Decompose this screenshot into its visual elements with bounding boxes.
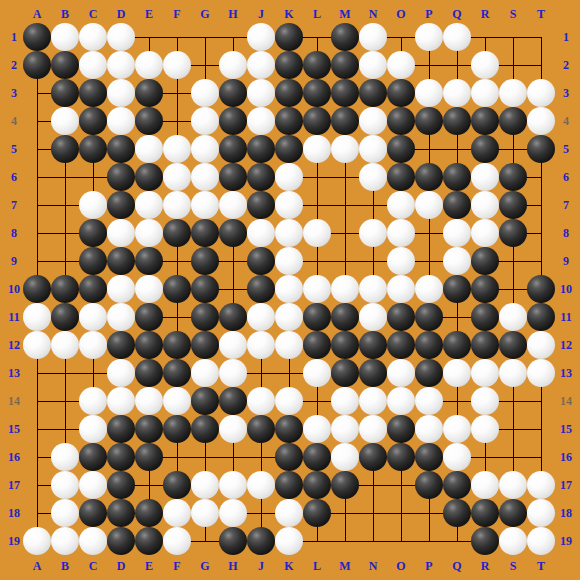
white-stone-A12[interactable] bbox=[23, 331, 51, 359]
black-stone-D7[interactable] bbox=[107, 191, 135, 219]
white-stone-T13[interactable] bbox=[527, 359, 555, 387]
col-label-top: E bbox=[145, 8, 153, 20]
black-stone-M4[interactable] bbox=[331, 107, 359, 135]
col-label-bottom: B bbox=[61, 560, 69, 572]
black-stone-J19[interactable] bbox=[247, 527, 275, 555]
black-stone-S7[interactable] bbox=[499, 191, 527, 219]
white-stone-R14[interactable] bbox=[471, 387, 499, 415]
black-stone-F15[interactable] bbox=[163, 415, 191, 443]
row-label-right: 3 bbox=[563, 87, 569, 99]
white-stone-N4[interactable] bbox=[359, 107, 387, 135]
white-stone-M15[interactable] bbox=[331, 415, 359, 443]
white-stone-M14[interactable] bbox=[331, 387, 359, 415]
black-stone-H4[interactable] bbox=[219, 107, 247, 135]
white-stone-L5[interactable] bbox=[303, 135, 331, 163]
black-stone-N16[interactable] bbox=[359, 443, 387, 471]
white-stone-K12[interactable] bbox=[275, 331, 303, 359]
go-board[interactable]: AABBCCDDEEFFGGHHJJKKLLMMNNOOPPQQRRSSTT11… bbox=[0, 0, 580, 580]
white-stone-R6[interactable] bbox=[471, 163, 499, 191]
white-stone-R13[interactable] bbox=[471, 359, 499, 387]
white-stone-R17[interactable] bbox=[471, 471, 499, 499]
black-stone-M13[interactable] bbox=[331, 359, 359, 387]
row-label-left: 13 bbox=[8, 367, 20, 379]
black-stone-S4[interactable] bbox=[499, 107, 527, 135]
black-stone-B11[interactable] bbox=[51, 303, 79, 331]
white-stone-O7[interactable] bbox=[387, 191, 415, 219]
black-stone-D12[interactable] bbox=[107, 331, 135, 359]
col-label-top: L bbox=[313, 8, 321, 20]
black-stone-A2[interactable] bbox=[23, 51, 51, 79]
white-stone-C7[interactable] bbox=[79, 191, 107, 219]
white-stone-T3[interactable] bbox=[527, 79, 555, 107]
black-stone-N13[interactable] bbox=[359, 359, 387, 387]
white-stone-K14[interactable] bbox=[275, 387, 303, 415]
black-stone-O15[interactable] bbox=[387, 415, 415, 443]
black-stone-R19[interactable] bbox=[471, 527, 499, 555]
black-stone-P11[interactable] bbox=[415, 303, 443, 331]
col-label-bottom: N bbox=[369, 560, 378, 572]
black-stone-R9[interactable] bbox=[471, 247, 499, 275]
white-stone-S17[interactable] bbox=[499, 471, 527, 499]
black-stone-B10[interactable] bbox=[51, 275, 79, 303]
white-stone-G13[interactable] bbox=[191, 359, 219, 387]
white-stone-J11[interactable] bbox=[247, 303, 275, 331]
black-stone-T10[interactable] bbox=[527, 275, 555, 303]
black-stone-O11[interactable] bbox=[387, 303, 415, 331]
white-stone-M5[interactable] bbox=[331, 135, 359, 163]
black-stone-E15[interactable] bbox=[135, 415, 163, 443]
white-stone-K11[interactable] bbox=[275, 303, 303, 331]
white-stone-K7[interactable] bbox=[275, 191, 303, 219]
black-stone-L16[interactable] bbox=[303, 443, 331, 471]
black-stone-O16[interactable] bbox=[387, 443, 415, 471]
black-stone-C4[interactable] bbox=[79, 107, 107, 135]
white-stone-L15[interactable] bbox=[303, 415, 331, 443]
row-label-right: 4 bbox=[563, 115, 569, 127]
black-stone-F12[interactable] bbox=[163, 331, 191, 359]
black-stone-R10[interactable] bbox=[471, 275, 499, 303]
black-stone-D19[interactable] bbox=[107, 527, 135, 555]
black-stone-H8[interactable] bbox=[219, 219, 247, 247]
black-stone-J5[interactable] bbox=[247, 135, 275, 163]
black-stone-D6[interactable] bbox=[107, 163, 135, 191]
black-stone-C8[interactable] bbox=[79, 219, 107, 247]
black-stone-C10[interactable] bbox=[79, 275, 107, 303]
col-label-top: G bbox=[200, 8, 209, 20]
black-stone-G12[interactable] bbox=[191, 331, 219, 359]
black-stone-H5[interactable] bbox=[219, 135, 247, 163]
white-stone-M10[interactable] bbox=[331, 275, 359, 303]
black-stone-E6[interactable] bbox=[135, 163, 163, 191]
black-stone-A1[interactable] bbox=[23, 23, 51, 51]
black-stone-N12[interactable] bbox=[359, 331, 387, 359]
black-stone-E19[interactable] bbox=[135, 527, 163, 555]
black-stone-K5[interactable] bbox=[275, 135, 303, 163]
white-stone-O2[interactable] bbox=[387, 51, 415, 79]
white-stone-J8[interactable] bbox=[247, 219, 275, 247]
white-stone-G18[interactable] bbox=[191, 499, 219, 527]
white-stone-K6[interactable] bbox=[275, 163, 303, 191]
black-stone-J9[interactable] bbox=[247, 247, 275, 275]
white-stone-L8[interactable] bbox=[303, 219, 331, 247]
black-stone-F8[interactable] bbox=[163, 219, 191, 247]
white-stone-G7[interactable] bbox=[191, 191, 219, 219]
black-stone-D17[interactable] bbox=[107, 471, 135, 499]
white-stone-C19[interactable] bbox=[79, 527, 107, 555]
col-label-top: S bbox=[510, 8, 517, 20]
white-stone-G3[interactable] bbox=[191, 79, 219, 107]
white-stone-R2[interactable] bbox=[471, 51, 499, 79]
white-stone-A11[interactable] bbox=[23, 303, 51, 331]
white-stone-S3[interactable] bbox=[499, 79, 527, 107]
black-stone-O6[interactable] bbox=[387, 163, 415, 191]
white-stone-Q3[interactable] bbox=[443, 79, 471, 107]
black-stone-M2[interactable] bbox=[331, 51, 359, 79]
black-stone-D15[interactable] bbox=[107, 415, 135, 443]
white-stone-F5[interactable] bbox=[163, 135, 191, 163]
col-label-bottom: Q bbox=[452, 560, 461, 572]
black-stone-D18[interactable] bbox=[107, 499, 135, 527]
black-stone-H11[interactable] bbox=[219, 303, 247, 331]
white-stone-F7[interactable] bbox=[163, 191, 191, 219]
col-label-top: P bbox=[425, 8, 432, 20]
black-stone-G9[interactable] bbox=[191, 247, 219, 275]
white-stone-N6[interactable] bbox=[359, 163, 387, 191]
black-stone-K2[interactable] bbox=[275, 51, 303, 79]
black-stone-T5[interactable] bbox=[527, 135, 555, 163]
row-label-right: 17 bbox=[560, 479, 572, 491]
black-stone-S6[interactable] bbox=[499, 163, 527, 191]
white-stone-P15[interactable] bbox=[415, 415, 443, 443]
white-stone-S11[interactable] bbox=[499, 303, 527, 331]
white-stone-E10[interactable] bbox=[135, 275, 163, 303]
white-stone-D3[interactable] bbox=[107, 79, 135, 107]
white-stone-B1[interactable] bbox=[51, 23, 79, 51]
black-stone-D16[interactable] bbox=[107, 443, 135, 471]
white-stone-H12[interactable] bbox=[219, 331, 247, 359]
black-stone-M11[interactable] bbox=[331, 303, 359, 331]
white-stone-N10[interactable] bbox=[359, 275, 387, 303]
white-stone-D2[interactable] bbox=[107, 51, 135, 79]
white-stone-E2[interactable] bbox=[135, 51, 163, 79]
white-stone-K10[interactable] bbox=[275, 275, 303, 303]
white-stone-T17[interactable] bbox=[527, 471, 555, 499]
black-stone-E13[interactable] bbox=[135, 359, 163, 387]
black-stone-L17[interactable] bbox=[303, 471, 331, 499]
white-stone-C2[interactable] bbox=[79, 51, 107, 79]
black-stone-R4[interactable] bbox=[471, 107, 499, 135]
white-stone-K19[interactable] bbox=[275, 527, 303, 555]
black-stone-R18[interactable] bbox=[471, 499, 499, 527]
black-stone-H6[interactable] bbox=[219, 163, 247, 191]
white-stone-K9[interactable] bbox=[275, 247, 303, 275]
white-stone-O9[interactable] bbox=[387, 247, 415, 275]
white-stone-P3[interactable] bbox=[415, 79, 443, 107]
black-stone-K1[interactable] bbox=[275, 23, 303, 51]
white-stone-R8[interactable] bbox=[471, 219, 499, 247]
black-stone-Q10[interactable] bbox=[443, 275, 471, 303]
black-stone-O3[interactable] bbox=[387, 79, 415, 107]
white-stone-R7[interactable] bbox=[471, 191, 499, 219]
white-stone-A19[interactable] bbox=[23, 527, 51, 555]
white-stone-F18[interactable] bbox=[163, 499, 191, 527]
black-stone-J7[interactable] bbox=[247, 191, 275, 219]
white-stone-C17[interactable] bbox=[79, 471, 107, 499]
black-stone-L18[interactable] bbox=[303, 499, 331, 527]
white-stone-E5[interactable] bbox=[135, 135, 163, 163]
black-stone-L12[interactable] bbox=[303, 331, 331, 359]
col-label-top: R bbox=[481, 8, 490, 20]
black-stone-O4[interactable] bbox=[387, 107, 415, 135]
black-stone-G14[interactable] bbox=[191, 387, 219, 415]
black-stone-S12[interactable] bbox=[499, 331, 527, 359]
white-stone-K8[interactable] bbox=[275, 219, 303, 247]
black-stone-C9[interactable] bbox=[79, 247, 107, 275]
col-label-bottom: M bbox=[339, 560, 350, 572]
white-stone-B12[interactable] bbox=[51, 331, 79, 359]
white-stone-D14[interactable] bbox=[107, 387, 135, 415]
white-stone-J12[interactable] bbox=[247, 331, 275, 359]
black-stone-K4[interactable] bbox=[275, 107, 303, 135]
white-stone-K18[interactable] bbox=[275, 499, 303, 527]
white-stone-R15[interactable] bbox=[471, 415, 499, 443]
black-stone-P13[interactable] bbox=[415, 359, 443, 387]
black-stone-F17[interactable] bbox=[163, 471, 191, 499]
black-stone-G11[interactable] bbox=[191, 303, 219, 331]
white-stone-H13[interactable] bbox=[219, 359, 247, 387]
black-stone-C18[interactable] bbox=[79, 499, 107, 527]
white-stone-O13[interactable] bbox=[387, 359, 415, 387]
white-stone-L13[interactable] bbox=[303, 359, 331, 387]
black-stone-L3[interactable] bbox=[303, 79, 331, 107]
white-stone-D11[interactable] bbox=[107, 303, 135, 331]
white-stone-G5[interactable] bbox=[191, 135, 219, 163]
black-stone-B2[interactable] bbox=[51, 51, 79, 79]
white-stone-T12[interactable] bbox=[527, 331, 555, 359]
row-label-right: 6 bbox=[563, 171, 569, 183]
black-stone-N3[interactable] bbox=[359, 79, 387, 107]
col-label-top: T bbox=[537, 8, 545, 20]
white-stone-J2[interactable] bbox=[247, 51, 275, 79]
black-stone-P16[interactable] bbox=[415, 443, 443, 471]
white-stone-J14[interactable] bbox=[247, 387, 275, 415]
black-stone-A10[interactable] bbox=[23, 275, 51, 303]
black-stone-R11[interactable] bbox=[471, 303, 499, 331]
black-stone-H19[interactable] bbox=[219, 527, 247, 555]
white-stone-B4[interactable] bbox=[51, 107, 79, 135]
black-stone-B3[interactable] bbox=[51, 79, 79, 107]
white-stone-B18[interactable] bbox=[51, 499, 79, 527]
white-stone-B16[interactable] bbox=[51, 443, 79, 471]
black-stone-E12[interactable] bbox=[135, 331, 163, 359]
black-stone-Q18[interactable] bbox=[443, 499, 471, 527]
white-stone-D10[interactable] bbox=[107, 275, 135, 303]
black-stone-K3[interactable] bbox=[275, 79, 303, 107]
white-stone-O14[interactable] bbox=[387, 387, 415, 415]
white-stone-C11[interactable] bbox=[79, 303, 107, 331]
black-stone-P6[interactable] bbox=[415, 163, 443, 191]
white-stone-P1[interactable] bbox=[415, 23, 443, 51]
black-stone-G15[interactable] bbox=[191, 415, 219, 443]
white-stone-J1[interactable] bbox=[247, 23, 275, 51]
black-stone-S18[interactable] bbox=[499, 499, 527, 527]
white-stone-E8[interactable] bbox=[135, 219, 163, 247]
white-stone-F2[interactable] bbox=[163, 51, 191, 79]
black-stone-L4[interactable] bbox=[303, 107, 331, 135]
black-stone-Q4[interactable] bbox=[443, 107, 471, 135]
white-stone-C14[interactable] bbox=[79, 387, 107, 415]
white-stone-J3[interactable] bbox=[247, 79, 275, 107]
black-stone-M3[interactable] bbox=[331, 79, 359, 107]
white-stone-B19[interactable] bbox=[51, 527, 79, 555]
black-stone-J6[interactable] bbox=[247, 163, 275, 191]
white-stone-H2[interactable] bbox=[219, 51, 247, 79]
white-stone-D1[interactable] bbox=[107, 23, 135, 51]
white-stone-E7[interactable] bbox=[135, 191, 163, 219]
white-stone-R3[interactable] bbox=[471, 79, 499, 107]
white-stone-C1[interactable] bbox=[79, 23, 107, 51]
black-stone-R12[interactable] bbox=[471, 331, 499, 359]
black-stone-F10[interactable] bbox=[163, 275, 191, 303]
black-stone-Q12[interactable] bbox=[443, 331, 471, 359]
white-stone-T18[interactable] bbox=[527, 499, 555, 527]
white-stone-S13[interactable] bbox=[499, 359, 527, 387]
white-stone-F14[interactable] bbox=[163, 387, 191, 415]
black-stone-Q17[interactable] bbox=[443, 471, 471, 499]
white-stone-S19[interactable] bbox=[499, 527, 527, 555]
black-stone-Q7[interactable] bbox=[443, 191, 471, 219]
white-stone-P14[interactable] bbox=[415, 387, 443, 415]
white-stone-Q1[interactable] bbox=[443, 23, 471, 51]
black-stone-C3[interactable] bbox=[79, 79, 107, 107]
white-stone-P7[interactable] bbox=[415, 191, 443, 219]
black-stone-M1[interactable] bbox=[331, 23, 359, 51]
black-stone-G8[interactable] bbox=[191, 219, 219, 247]
col-label-top: C bbox=[89, 8, 98, 20]
white-stone-G4[interactable] bbox=[191, 107, 219, 135]
black-stone-L11[interactable] bbox=[303, 303, 331, 331]
black-stone-R5[interactable] bbox=[471, 135, 499, 163]
black-stone-H3[interactable] bbox=[219, 79, 247, 107]
white-stone-G17[interactable] bbox=[191, 471, 219, 499]
black-stone-H14[interactable] bbox=[219, 387, 247, 415]
black-stone-K16[interactable] bbox=[275, 443, 303, 471]
col-label-bottom: L bbox=[313, 560, 321, 572]
black-stone-F13[interactable] bbox=[163, 359, 191, 387]
white-stone-N2[interactable] bbox=[359, 51, 387, 79]
black-stone-J10[interactable] bbox=[247, 275, 275, 303]
black-stone-E4[interactable] bbox=[135, 107, 163, 135]
row-label-left: 8 bbox=[11, 227, 17, 239]
white-stone-Q13[interactable] bbox=[443, 359, 471, 387]
white-stone-N11[interactable] bbox=[359, 303, 387, 331]
black-stone-E18[interactable] bbox=[135, 499, 163, 527]
black-stone-P4[interactable] bbox=[415, 107, 443, 135]
white-stone-Q16[interactable] bbox=[443, 443, 471, 471]
black-stone-P17[interactable] bbox=[415, 471, 443, 499]
black-stone-O5[interactable] bbox=[387, 135, 415, 163]
black-stone-O12[interactable] bbox=[387, 331, 415, 359]
black-stone-T11[interactable] bbox=[527, 303, 555, 331]
white-stone-T4[interactable] bbox=[527, 107, 555, 135]
white-stone-J17[interactable] bbox=[247, 471, 275, 499]
black-stone-E3[interactable] bbox=[135, 79, 163, 107]
black-stone-E9[interactable] bbox=[135, 247, 163, 275]
black-stone-M12[interactable] bbox=[331, 331, 359, 359]
white-stone-G6[interactable] bbox=[191, 163, 219, 191]
white-stone-C15[interactable] bbox=[79, 415, 107, 443]
row-label-right: 10 bbox=[560, 283, 572, 295]
white-stone-O10[interactable] bbox=[387, 275, 415, 303]
white-stone-O8[interactable] bbox=[387, 219, 415, 247]
white-stone-Q8[interactable] bbox=[443, 219, 471, 247]
col-label-top: Q bbox=[452, 8, 461, 20]
row-label-right: 1 bbox=[563, 31, 569, 43]
black-stone-E16[interactable] bbox=[135, 443, 163, 471]
white-stone-P10[interactable] bbox=[415, 275, 443, 303]
black-stone-L2[interactable] bbox=[303, 51, 331, 79]
white-stone-L10[interactable] bbox=[303, 275, 331, 303]
row-label-right: 16 bbox=[560, 451, 572, 463]
white-stone-H7[interactable] bbox=[219, 191, 247, 219]
white-stone-C12[interactable] bbox=[79, 331, 107, 359]
black-stone-D5[interactable] bbox=[107, 135, 135, 163]
black-stone-S8[interactable] bbox=[499, 219, 527, 247]
white-stone-F19[interactable] bbox=[163, 527, 191, 555]
black-stone-C16[interactable] bbox=[79, 443, 107, 471]
black-stone-D9[interactable] bbox=[107, 247, 135, 275]
black-stone-E11[interactable] bbox=[135, 303, 163, 331]
row-label-left: 17 bbox=[8, 479, 20, 491]
row-label-left: 11 bbox=[8, 311, 19, 323]
white-stone-T19[interactable] bbox=[527, 527, 555, 555]
black-stone-J15[interactable] bbox=[247, 415, 275, 443]
white-stone-H15[interactable] bbox=[219, 415, 247, 443]
white-stone-Q15[interactable] bbox=[443, 415, 471, 443]
white-stone-N8[interactable] bbox=[359, 219, 387, 247]
white-stone-N1[interactable] bbox=[359, 23, 387, 51]
white-stone-N5[interactable] bbox=[359, 135, 387, 163]
black-stone-P12[interactable] bbox=[415, 331, 443, 359]
row-label-right: 15 bbox=[560, 423, 572, 435]
white-stone-D8[interactable] bbox=[107, 219, 135, 247]
white-stone-H18[interactable] bbox=[219, 499, 247, 527]
white-stone-N14[interactable] bbox=[359, 387, 387, 415]
white-stone-J4[interactable] bbox=[247, 107, 275, 135]
white-stone-E14[interactable] bbox=[135, 387, 163, 415]
black-stone-K15[interactable] bbox=[275, 415, 303, 443]
black-stone-C5[interactable] bbox=[79, 135, 107, 163]
row-label-right: 11 bbox=[560, 311, 571, 323]
white-stone-M16[interactable] bbox=[331, 443, 359, 471]
col-label-bottom: E bbox=[145, 560, 153, 572]
white-stone-B17[interactable] bbox=[51, 471, 79, 499]
white-stone-N15[interactable] bbox=[359, 415, 387, 443]
black-stone-M17[interactable] bbox=[331, 471, 359, 499]
white-stone-D4[interactable] bbox=[107, 107, 135, 135]
col-label-top: N bbox=[369, 8, 378, 20]
white-stone-D13[interactable] bbox=[107, 359, 135, 387]
col-label-top: M bbox=[339, 8, 350, 20]
black-stone-K17[interactable] bbox=[275, 471, 303, 499]
black-stone-G10[interactable] bbox=[191, 275, 219, 303]
row-label-right: 14 bbox=[560, 395, 572, 407]
white-stone-F6[interactable] bbox=[163, 163, 191, 191]
white-stone-H17[interactable] bbox=[219, 471, 247, 499]
white-stone-Q9[interactable] bbox=[443, 247, 471, 275]
black-stone-Q6[interactable] bbox=[443, 163, 471, 191]
black-stone-B5[interactable] bbox=[51, 135, 79, 163]
